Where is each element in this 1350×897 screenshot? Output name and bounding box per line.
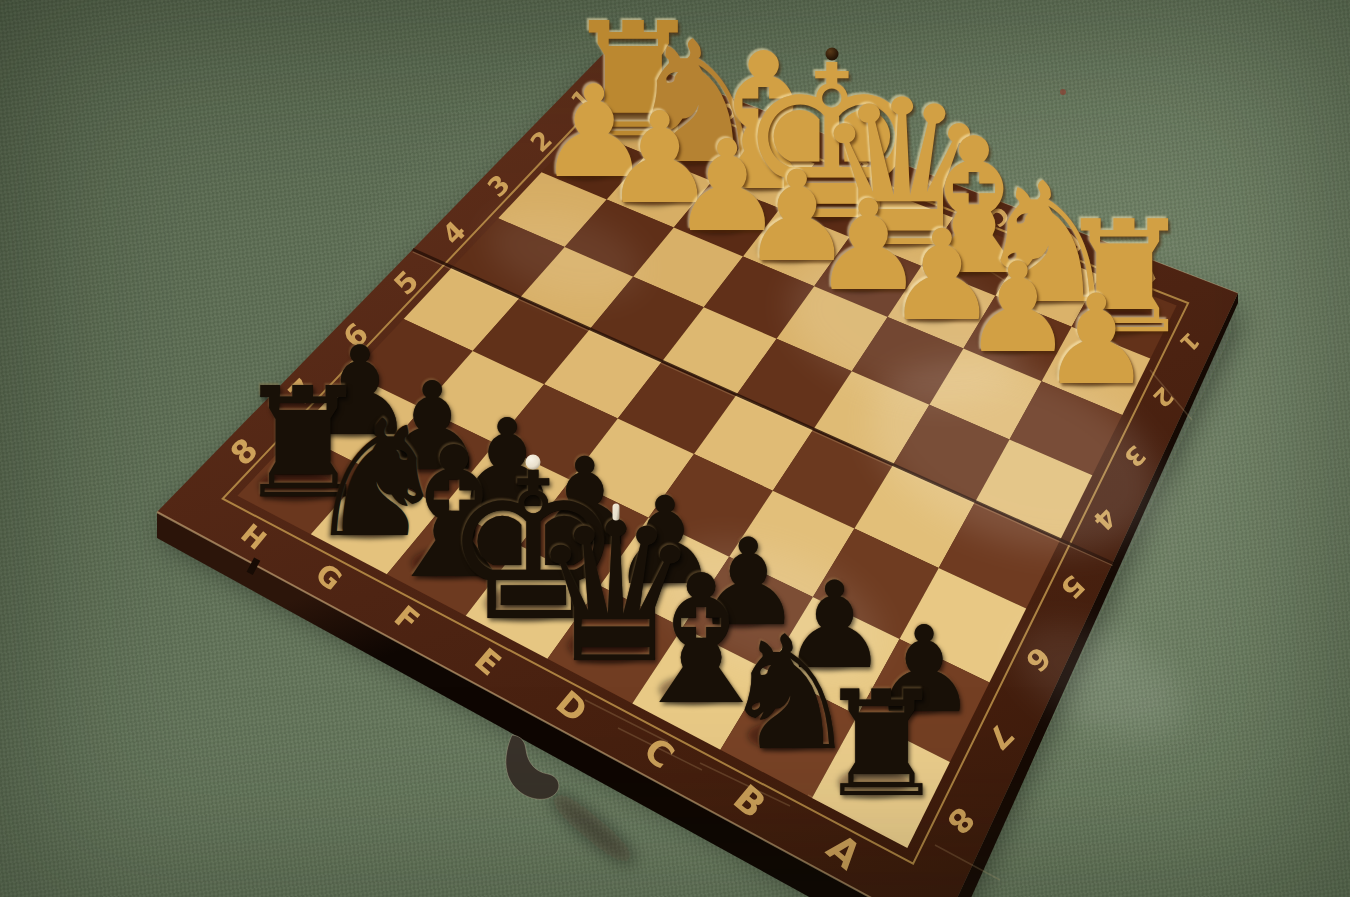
piece-white-pawn-a2[interactable]: ♟ (1041, 278, 1152, 402)
piece-black-rook-a8[interactable]: ♜ (816, 670, 947, 816)
table-felt: 12345678HGFEDCBAHGFEDCBA12345678 ♜♞♟♝♟♚♟… (0, 0, 1350, 897)
black-queen-bone-spindle (612, 503, 619, 520)
black-king-ivory-ball (526, 455, 541, 470)
pieces-layer: ♜♞♟♝♟♚♟♛♟♝♟♞♟♜♟♟♟♟♜♟♞♟♝♟♚♟♛♟♝♟♞♜ (0, 0, 1350, 897)
